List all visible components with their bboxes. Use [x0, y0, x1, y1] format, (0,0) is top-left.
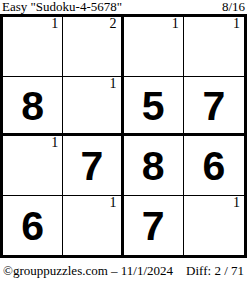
corner-mark: 2: [110, 16, 117, 31]
cell-r4c3[interactable]: 7: [124, 196, 184, 256]
cell-r3c1[interactable]: 1: [3, 136, 63, 196]
cell-r2c3[interactable]: 5: [124, 77, 184, 137]
difficulty-text: Diff: 2 / 71: [186, 263, 244, 278]
cell-value: 7: [202, 83, 225, 127]
corner-mark: 1: [51, 16, 58, 31]
cell-r2c1[interactable]: 8: [3, 77, 63, 137]
corner-mark: 1: [110, 76, 117, 91]
corner-mark: 1: [172, 16, 179, 31]
cell-r1c3[interactable]: 1: [124, 17, 184, 77]
corner-mark: 1: [233, 195, 240, 210]
cell-r3c4[interactable]: 6: [184, 136, 244, 196]
corner-mark: 1: [233, 16, 240, 31]
cell-r3c2[interactable]: 7: [63, 136, 123, 196]
cell-r1c1[interactable]: 1: [3, 17, 63, 77]
puzzle-title: Easy "Sudoku-4-5678": [2, 0, 122, 14]
header: Easy "Sudoku-4-5678" 8/16: [0, 0, 247, 14]
cell-value: 7: [142, 203, 165, 247]
cell-r2c2[interactable]: 1: [63, 77, 123, 137]
cell-r4c4[interactable]: 1: [184, 196, 244, 256]
cell-r3c3[interactable]: 8: [124, 136, 184, 196]
cell-value: 6: [202, 143, 225, 187]
corner-mark: 1: [51, 135, 58, 150]
cell-value: 7: [80, 143, 103, 187]
cell-value: 8: [142, 143, 165, 187]
cell-value: 8: [21, 83, 44, 127]
cell-r1c2[interactable]: 2: [63, 17, 123, 77]
sudoku-board: 1 2 1 1 8 1 5 7 1 7 8 6: [0, 14, 247, 258]
cell-r4c1[interactable]: 6: [3, 196, 63, 256]
cell-r1c4[interactable]: 1: [184, 17, 244, 77]
cell-r2c4[interactable]: 7: [184, 77, 244, 137]
progress-counter: 8/16: [222, 0, 245, 14]
footer: ©grouppuzzles.com – 11/1/2024 Diff: 2 / …: [0, 263, 247, 278]
corner-mark: 1: [110, 195, 117, 210]
cell-r4c2[interactable]: 1: [63, 196, 123, 256]
cell-value: 6: [21, 203, 44, 247]
copyright-text: ©grouppuzzles.com – 11/1/2024: [3, 263, 173, 278]
cell-value: 5: [142, 83, 165, 127]
